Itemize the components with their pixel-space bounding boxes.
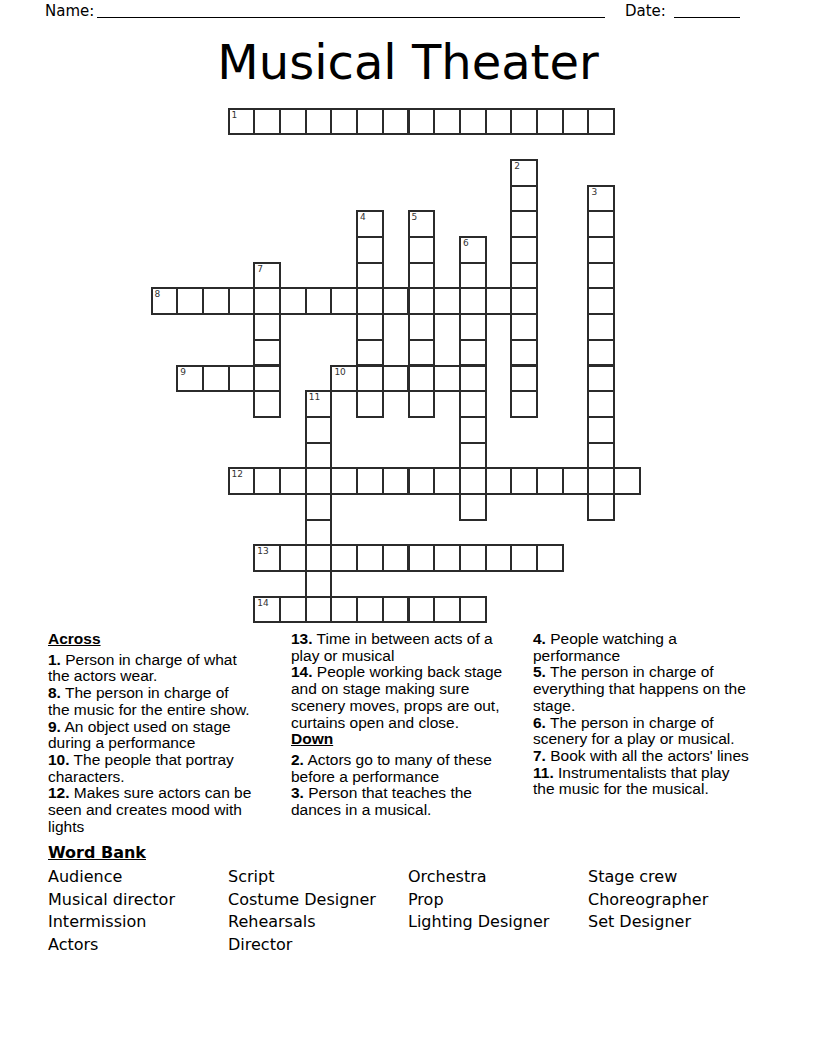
crossword-cell[interactable] [587, 313, 615, 341]
clue-across-12: 12. Makes sure actors can be seen and cr… [48, 785, 254, 835]
word-bank-item: Actors [48, 934, 175, 957]
crossword-cell[interactable] [587, 467, 615, 495]
crossword-cell[interactable] [408, 262, 436, 290]
crossword-cell[interactable] [356, 287, 384, 315]
crossword-cell[interactable] [305, 108, 333, 136]
word-bank-item: Orchestra [408, 866, 549, 889]
crossword-cell[interactable] [510, 185, 538, 213]
crossword-cell[interactable] [228, 287, 256, 315]
crossword-cell[interactable] [408, 544, 436, 572]
crossword-cell[interactable] [459, 313, 487, 341]
crossword-cell[interactable] [433, 365, 461, 393]
word-bank-item: Prop [408, 889, 549, 912]
crossword-cell[interactable]: 10 [330, 365, 358, 393]
crossword-cell[interactable] [279, 108, 307, 136]
word-bank-item: Script [228, 866, 376, 889]
word-bank-column: AudienceMusical directorIntermissionActo… [48, 866, 175, 957]
crossword-cell[interactable] [408, 365, 436, 393]
clue-number: 13 [257, 547, 268, 556]
clue-number: 8 [155, 290, 161, 299]
crossword-cell[interactable] [330, 467, 358, 495]
clue-number: 9 [180, 368, 186, 377]
clue-number: 12 [232, 470, 243, 479]
word-bank-item: Stage crew [588, 866, 708, 889]
crossword-cell[interactable] [382, 544, 410, 572]
crossword-cell[interactable] [587, 390, 615, 418]
word-bank-item: Set Designer [588, 911, 708, 934]
crossword-cell[interactable]: 13 [253, 544, 281, 572]
across-heading: Across [48, 631, 254, 648]
crossword-cell[interactable] [330, 108, 358, 136]
crossword-cell[interactable] [305, 596, 333, 624]
crossword-cell[interactable] [408, 236, 436, 264]
crossword-cell[interactable] [356, 544, 384, 572]
crossword-cell[interactable] [356, 108, 384, 136]
name-label: Name: [45, 2, 94, 20]
crossword-cell[interactable] [433, 467, 461, 495]
crossword-cell[interactable] [253, 467, 281, 495]
crossword-cell[interactable] [356, 313, 384, 341]
crossword-cell[interactable] [459, 544, 487, 572]
clue-down-2: 2. Actors go to many of these before a p… [291, 752, 509, 785]
date-label: Date: [625, 2, 666, 20]
crossword-cell[interactable] [356, 596, 384, 624]
clue-down-3: 3. Person that teaches the dances in a m… [291, 785, 509, 818]
clue-number: 7 [257, 265, 263, 274]
crossword-cell[interactable] [510, 467, 538, 495]
crossword-cell[interactable] [382, 596, 410, 624]
crossword-cell[interactable] [587, 442, 615, 470]
crossword-cell[interactable] [562, 467, 590, 495]
clue-number: 3 [591, 188, 597, 197]
crossword-cell[interactable] [305, 287, 333, 315]
crossword-cell[interactable]: 9 [176, 365, 204, 393]
clue-number: 5 [412, 213, 418, 222]
crossword-cell[interactable] [356, 365, 384, 393]
crossword-cell[interactable] [485, 287, 513, 315]
crossword-cell[interactable] [587, 339, 615, 367]
word-bank-item: Lighting Designer [408, 911, 549, 934]
crossword-cell[interactable] [510, 287, 538, 315]
crossword-cell[interactable] [176, 287, 204, 315]
crossword-cell[interactable] [510, 236, 538, 264]
crossword-cell[interactable] [587, 493, 615, 521]
crossword-cell[interactable] [382, 467, 410, 495]
crossword-cell[interactable] [305, 519, 333, 547]
crossword-cell[interactable] [587, 365, 615, 393]
crossword-cell[interactable] [330, 287, 358, 315]
crossword-cell[interactable] [305, 570, 333, 598]
clue-down-7: 7. Book with all the actors' lines [533, 748, 749, 765]
name-blank-line[interactable] [97, 17, 605, 18]
crossword-cell[interactable] [253, 390, 281, 418]
crossword-cell[interactable] [408, 108, 436, 136]
crossword-cell[interactable]: 5 [408, 210, 436, 238]
crossword-cell[interactable] [202, 287, 230, 315]
crossword-cell[interactable] [356, 236, 384, 264]
crossword-cell[interactable] [433, 287, 461, 315]
word-bank-item: Costume Designer [228, 889, 376, 912]
crossword-cell[interactable] [253, 287, 281, 315]
crossword-cell[interactable] [510, 365, 538, 393]
clue-down-4: 4. People watching a performance [533, 631, 749, 664]
clue-down-11: 11. Instrumentalists that play the music… [533, 765, 749, 798]
crossword-cell[interactable]: 8 [151, 287, 179, 315]
crossword-cell[interactable] [510, 262, 538, 290]
crossword-cell[interactable] [536, 467, 564, 495]
crossword-cell[interactable] [459, 416, 487, 444]
crossword-cell[interactable] [459, 339, 487, 367]
word-bank-heading: Word Bank [48, 843, 146, 863]
crossword-cell[interactable] [510, 313, 538, 341]
crossword-cell[interactable] [459, 108, 487, 136]
crossword-cell[interactable] [459, 365, 487, 393]
clue-number: 14 [257, 599, 268, 608]
crossword-cell[interactable] [510, 339, 538, 367]
crossword-cell[interactable] [459, 287, 487, 315]
crossword-cell[interactable] [253, 108, 281, 136]
crossword-cell[interactable]: 6 [459, 236, 487, 264]
clue-number: 11 [309, 393, 320, 402]
crossword-cell[interactable] [459, 442, 487, 470]
crossword-grid: 1234567891011121314 [152, 109, 641, 623]
crossword-cell[interactable] [510, 108, 538, 136]
crossword-cell[interactable] [305, 442, 333, 470]
clue-number: 10 [334, 368, 345, 377]
crossword-cell[interactable] [536, 108, 564, 136]
crossword-cell[interactable]: 2 [510, 159, 538, 187]
crossword-cell[interactable] [382, 365, 410, 393]
crossword-cell[interactable] [382, 287, 410, 315]
crossword-cell[interactable]: 4 [356, 210, 384, 238]
crossword-cell[interactable] [356, 262, 384, 290]
crossword-cell[interactable] [408, 467, 436, 495]
clue-down-6: 6. The person in charge of scenery for a… [533, 715, 749, 748]
crossword-cell[interactable] [330, 596, 358, 624]
crossword-cell[interactable] [485, 467, 513, 495]
crossword-cell[interactable]: 7 [253, 262, 281, 290]
crossword-cell[interactable] [485, 544, 513, 572]
word-bank-column: Stage crewChoreographerSet Designer [588, 866, 708, 934]
crossword-cell[interactable] [408, 287, 436, 315]
crossword-cell[interactable] [356, 339, 384, 367]
word-bank-column: OrchestraPropLighting Designer [408, 866, 549, 934]
crossword-cell[interactable] [613, 467, 641, 495]
crossword-cell[interactable] [562, 108, 590, 136]
word-bank-item: Choreographer [588, 889, 708, 912]
crossword-cell[interactable] [433, 596, 461, 624]
crossword-cell[interactable] [587, 108, 615, 136]
crossword-cell[interactable] [587, 236, 615, 264]
clue-column: 13. Time in between acts of a play or mu… [291, 631, 509, 819]
crossword-cell[interactable] [408, 339, 436, 367]
crossword-cell[interactable] [253, 365, 281, 393]
down-heading: Down [291, 731, 509, 748]
crossword-cell[interactable] [587, 262, 615, 290]
crossword-cell[interactable] [433, 544, 461, 572]
clue-across-9: 9. An object used on stage during a perf… [48, 719, 254, 752]
clue-across-10: 10. The people that portray characters. [48, 752, 254, 785]
crossword-cell[interactable]: 11 [305, 390, 333, 418]
crossword-cell[interactable] [510, 210, 538, 238]
clue-across-8: 8. The person in charge of the music for… [48, 685, 254, 718]
crossword-cell[interactable] [279, 467, 307, 495]
crossword-cell[interactable] [485, 108, 513, 136]
crossword-cell[interactable] [356, 467, 384, 495]
crossword-cell[interactable] [459, 493, 487, 521]
crossword-cell[interactable] [202, 365, 230, 393]
crossword-cell[interactable] [305, 544, 333, 572]
crossword-cell[interactable] [305, 493, 333, 521]
crossword-cell[interactable] [459, 390, 487, 418]
crossword-cell[interactable] [279, 544, 307, 572]
crossword-cell[interactable] [305, 416, 333, 444]
crossword-cell[interactable]: 12 [228, 467, 256, 495]
date-blank-line[interactable] [674, 17, 740, 18]
word-bank-item: Intermission [48, 911, 175, 934]
clue-column: Across1. Person in charge of what the ac… [48, 631, 254, 835]
crossword-cell[interactable] [510, 544, 538, 572]
crossword-cell[interactable] [587, 416, 615, 444]
crossword-cell[interactable] [228, 365, 256, 393]
crossword-cell[interactable] [279, 596, 307, 624]
crossword-cell[interactable] [330, 544, 358, 572]
crossword-cell[interactable] [408, 313, 436, 341]
crossword-cell[interactable] [356, 390, 384, 418]
crossword-cell[interactable] [305, 467, 333, 495]
clue-number: 1 [232, 111, 238, 120]
word-bank-item: Rehearsals [228, 911, 376, 934]
word-bank-item: Audience [48, 866, 175, 889]
crossword-cell[interactable] [587, 287, 615, 315]
clue-down-5: 5. The person in charge of everything th… [533, 664, 749, 714]
clue-across-13: 13. Time in between acts of a play or mu… [291, 631, 509, 664]
word-bank-item: Musical director [48, 889, 175, 912]
crossword-cell[interactable] [408, 596, 436, 624]
crossword-cell[interactable] [459, 467, 487, 495]
word-bank-item: Director [228, 934, 376, 957]
crossword-cell[interactable]: 14 [253, 596, 281, 624]
crossword-cell[interactable] [279, 287, 307, 315]
crossword-cell[interactable] [587, 210, 615, 238]
word-bank-column: ScriptCostume DesignerRehearsalsDirector [228, 866, 376, 957]
puzzle-title: Musical Theater [0, 37, 816, 87]
crossword-cell[interactable] [253, 313, 281, 341]
clue-column: 4. People watching a performance5. The p… [533, 631, 749, 798]
clue-number: 2 [514, 162, 520, 171]
crossword-cell[interactable]: 1 [228, 108, 256, 136]
crossword-worksheet: Name: Date: Musical Theater 123456789101… [0, 0, 816, 1056]
crossword-cell[interactable] [459, 596, 487, 624]
clue-number: 6 [463, 239, 469, 248]
crossword-cell[interactable] [253, 339, 281, 367]
crossword-cell[interactable] [408, 390, 436, 418]
crossword-cell[interactable] [459, 262, 487, 290]
clue-across-14: 14. People working back stage and on sta… [291, 664, 509, 731]
crossword-cell[interactable]: 3 [587, 185, 615, 213]
clue-number: 4 [360, 213, 366, 222]
crossword-cell[interactable] [433, 108, 461, 136]
crossword-cell[interactable] [382, 108, 410, 136]
clue-across-1: 1. Person in charge of what the actors w… [48, 652, 254, 685]
crossword-cell[interactable] [536, 544, 564, 572]
crossword-cell[interactable] [510, 390, 538, 418]
